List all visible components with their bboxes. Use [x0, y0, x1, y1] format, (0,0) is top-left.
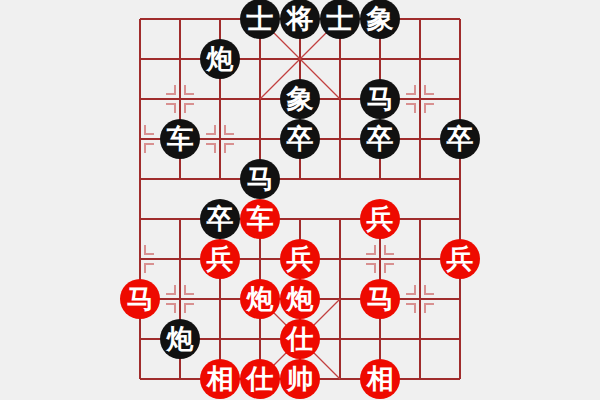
piece-black-cannon[interactable]: 炮 [200, 39, 240, 79]
piece-black-elephant[interactable]: 象 [360, 0, 400, 39]
piece-red-horse[interactable]: 马 [120, 279, 160, 319]
piece-black-cannon[interactable]: 炮 [160, 319, 200, 359]
piece-black-soldier[interactable]: 卒 [360, 119, 400, 159]
piece-red-elephant[interactable]: 相 [200, 359, 240, 399]
piece-black-advisor[interactable]: 士 [240, 0, 280, 39]
piece-red-chariot[interactable]: 车 [240, 199, 280, 239]
piece-black-general[interactable]: 将 [280, 0, 320, 39]
piece-black-soldier[interactable]: 卒 [440, 119, 480, 159]
piece-black-horse[interactable]: 马 [360, 79, 400, 119]
piece-red-cannon[interactable]: 炮 [280, 279, 320, 319]
piece-red-soldier[interactable]: 兵 [360, 199, 400, 239]
piece-red-general[interactable]: 帅 [280, 359, 320, 399]
piece-black-horse[interactable]: 马 [240, 159, 280, 199]
piece-red-soldier[interactable]: 兵 [440, 239, 480, 279]
app-window: 士将士象炮象马车卒卒卒马卒车兵兵兵兵马炮炮马炮仕相仕帅相 [0, 0, 600, 400]
piece-red-horse[interactable]: 马 [360, 279, 400, 319]
piece-black-advisor[interactable]: 士 [320, 0, 360, 39]
piece-red-soldier[interactable]: 兵 [200, 239, 240, 279]
piece-black-elephant[interactable]: 象 [280, 79, 320, 119]
piece-red-soldier[interactable]: 兵 [280, 239, 320, 279]
piece-black-chariot[interactable]: 车 [160, 119, 200, 159]
piece-black-soldier[interactable]: 卒 [200, 199, 240, 239]
pieces-layer: 士将士象炮象马车卒卒卒马卒车兵兵兵兵马炮炮马炮仕相仕帅相 [0, 0, 600, 400]
piece-red-elephant[interactable]: 相 [360, 359, 400, 399]
piece-red-cannon[interactable]: 炮 [240, 279, 280, 319]
piece-red-advisor[interactable]: 仕 [280, 319, 320, 359]
piece-black-soldier[interactable]: 卒 [280, 119, 320, 159]
piece-red-advisor[interactable]: 仕 [240, 359, 280, 399]
xiangqi-board[interactable]: 士将士象炮象马车卒卒卒马卒车兵兵兵兵马炮炮马炮仕相仕帅相 [0, 0, 600, 400]
